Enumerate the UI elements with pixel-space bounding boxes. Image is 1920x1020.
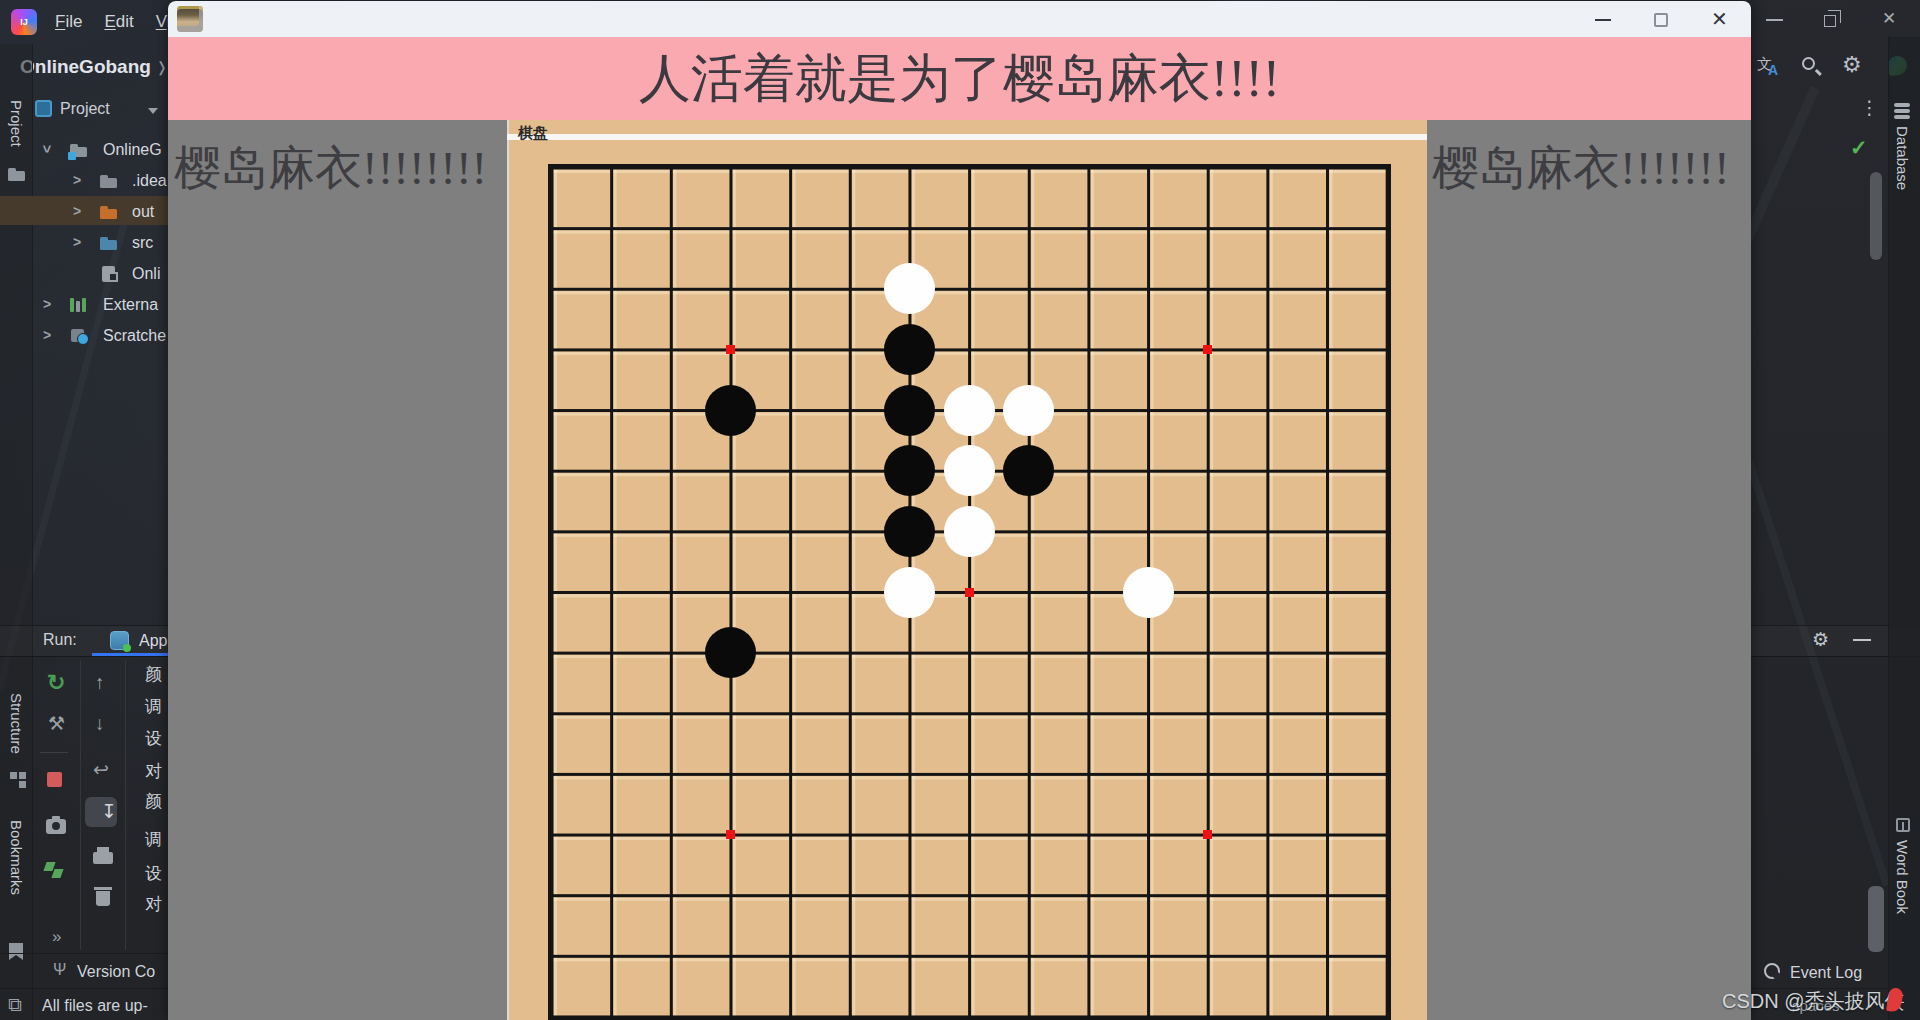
stripe-bookmarks-button[interactable]: Bookmarks <box>8 820 25 895</box>
black-stone <box>1003 445 1054 496</box>
banner-text: 人活着就是为了樱岛麻衣!!!! <box>639 44 1280 114</box>
ide-minimize-button[interactable] <box>1766 19 1783 21</box>
white-stone <box>944 506 995 557</box>
libraries-icon <box>70 297 88 313</box>
white-stone <box>944 385 995 436</box>
stripe-structure-button[interactable]: Structure <box>8 693 25 754</box>
white-stone <box>1003 385 1054 436</box>
board-internal-frame: 棋盘 <box>507 120 1427 1020</box>
gobang-maximize-button[interactable] <box>1654 13 1668 27</box>
star-point <box>726 830 735 839</box>
black-stone <box>884 385 935 436</box>
console-line: 对 <box>145 760 162 783</box>
structure-icon[interactable] <box>10 772 17 779</box>
translate-icon[interactable]: 文 A <box>1757 55 1781 77</box>
ide-project-title: OnlineGobang <box>20 56 151 78</box>
chevron-collapsed-icon[interactable]: > <box>43 327 51 343</box>
git-branch-icon[interactable]: Ψ <box>53 962 66 978</box>
more-actions-icon[interactable]: » <box>52 928 61 945</box>
black-stone <box>884 445 935 496</box>
chevron-collapsed-icon[interactable]: > <box>73 172 81 188</box>
chevron-collapsed-icon[interactable]: > <box>43 296 51 312</box>
tree-label: Onli <box>132 265 160 283</box>
wrench-icon[interactable]: ⚒ <box>48 714 65 733</box>
console-line: 设 <box>145 862 162 885</box>
black-stone <box>884 506 935 557</box>
run-settings-gear-icon[interactable]: ⚙ <box>1812 630 1829 649</box>
rerun-icon[interactable]: ↻ <box>47 672 65 694</box>
board-frame-separator <box>507 134 1427 140</box>
tree-label: Externa <box>103 296 158 314</box>
chevron-expanded-icon[interactable]: > <box>39 145 55 153</box>
project-tab-label[interactable]: Project <box>60 100 110 118</box>
gobang-titlebar[interactable]: ✕ <box>168 1 1751 37</box>
wordbook-icon[interactable] <box>1896 818 1910 832</box>
star-point <box>726 345 735 354</box>
run-tab-app[interactable]: App <box>139 632 167 650</box>
console-line: 对 <box>145 893 162 916</box>
stripe-database-button[interactable]: Database <box>1894 126 1911 190</box>
folder-icon <box>100 173 118 189</box>
event-log-button[interactable]: Event Log <box>1790 964 1862 982</box>
version-control-button[interactable]: Version Co <box>77 963 155 981</box>
black-stone <box>884 324 935 375</box>
screen: IJ FileEditView OnlineGobang ❭ Project S… <box>0 0 1920 1020</box>
settings-gear-icon[interactable]: ⚙ <box>1842 54 1862 76</box>
right-panel-text: 樱岛麻衣!!!!!!! <box>1432 137 1730 200</box>
white-stone <box>1123 567 1174 618</box>
run-label: Run: <box>43 631 77 649</box>
print-icon[interactable] <box>93 852 113 864</box>
star-point <box>965 588 974 597</box>
editor-scrollbar-thumb[interactable] <box>1870 172 1882 260</box>
more-vertical-icon[interactable]: ⋮ <box>1860 98 1879 117</box>
banner: 人活着就是为了樱岛麻衣!!!! <box>168 37 1751 120</box>
tree-label: OnlineG <box>103 141 162 159</box>
soft-wrap-icon[interactable]: ↩ <box>93 760 109 779</box>
toolbar-divider <box>40 752 68 753</box>
tree-label: out <box>132 203 154 221</box>
search-icon[interactable] <box>1802 57 1815 70</box>
tree-label: .idea <box>132 172 167 190</box>
run-config-app-icon[interactable] <box>110 631 129 650</box>
csdn-watermark-text: CSDN @秃头披风侠 <box>1722 990 1905 1012</box>
copy-status-icon: ⧉ <box>8 995 22 1014</box>
event-log-icon[interactable] <box>1764 963 1780 979</box>
clear-console-icon[interactable] <box>96 891 110 906</box>
white-stone <box>944 445 995 496</box>
down-stack-icon[interactable]: ↓ <box>95 714 105 733</box>
tree-label: src <box>132 234 153 252</box>
white-stone <box>884 567 935 618</box>
chevron-collapsed-icon[interactable]: > <box>73 203 81 219</box>
menu-file[interactable]: File <box>55 12 82 32</box>
folder-out-icon <box>100 204 118 220</box>
star-point <box>1203 830 1212 839</box>
stripe-wordbook-button[interactable]: Word Book <box>1894 840 1911 914</box>
project-folder-icon <box>70 142 88 158</box>
left-panel-text: 樱岛麻衣!!!!!!!! <box>174 137 487 200</box>
console-line: 调 <box>145 695 162 718</box>
console-line: 调 <box>145 828 162 851</box>
ide-restore-button[interactable] <box>1824 15 1836 27</box>
console-line: 设 <box>145 727 162 750</box>
run-tab-underline <box>92 653 168 656</box>
analysis-ok-check-icon: ✓ <box>1850 137 1868 158</box>
breadcrumb-chevron-icon: ❭ <box>156 59 168 75</box>
gomoku-board[interactable] <box>548 164 1391 1020</box>
chevron-collapsed-icon[interactable]: > <box>73 234 81 250</box>
folder-src-icon <box>100 235 118 251</box>
hide-panel-icon[interactable] <box>1853 639 1871 641</box>
project-tab-icon[interactable] <box>35 100 52 117</box>
tree-label: Scratche <box>103 327 166 345</box>
console-line: 颜 <box>145 663 162 686</box>
camera-icon[interactable] <box>46 819 66 834</box>
project-dropdown-arrow-icon[interactable] <box>148 108 158 114</box>
menu-edit[interactable]: Edit <box>104 12 133 32</box>
white-stone <box>884 263 935 314</box>
gobang-window-icon <box>177 6 203 32</box>
black-stone <box>705 385 756 436</box>
left-side-panel: 樱岛麻衣!!!!!!!! <box>168 120 507 1020</box>
board-frame-title[interactable]: 棋盘 <box>518 124 548 143</box>
right-side-panel: 樱岛麻衣!!!!!!! <box>1427 120 1751 1020</box>
database-icon[interactable] <box>1894 103 1910 119</box>
gobang-window: ✕ 人活着就是为了樱岛麻衣!!!! 樱岛麻衣!!!!!!!! 棋盘 樱岛麻衣!!… <box>168 1 1751 1020</box>
stop-icon[interactable] <box>47 772 62 787</box>
status-message: All files are up- <box>42 997 148 1015</box>
panel-scrollbar-thumb[interactable] <box>1868 886 1884 952</box>
up-stack-icon[interactable]: ↑ <box>95 673 105 692</box>
scroll-to-end-icon[interactable]: ↧ <box>101 802 117 821</box>
profiler-icon[interactable] <box>45 860 67 882</box>
intellij-logo[interactable]: IJ <box>11 9 37 35</box>
console-line: 颜 <box>145 790 162 813</box>
gobang-minimize-button[interactable] <box>1595 19 1611 21</box>
file-module-icon <box>100 266 118 282</box>
black-stone <box>705 627 756 678</box>
gobang-close-button[interactable]: ✕ <box>1711 7 1728 31</box>
star-point <box>1203 345 1212 354</box>
ide-close-button[interactable]: ✕ <box>1882 8 1896 29</box>
scratches-icon <box>70 328 88 344</box>
csdn-watermark: CSDN @秃头披风侠 <box>1722 988 1905 1015</box>
